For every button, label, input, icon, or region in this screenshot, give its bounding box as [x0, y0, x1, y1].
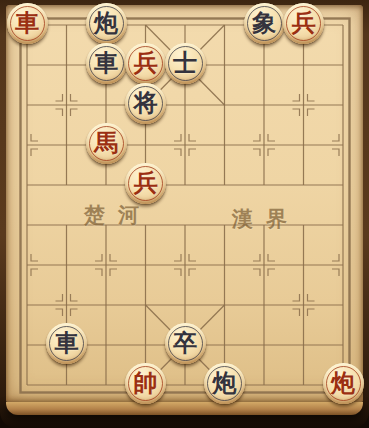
piece-red-soldier[interactable]: 兵 — [283, 3, 324, 44]
piece-character: 馬 — [86, 123, 127, 164]
piece-character: 車 — [46, 323, 87, 364]
piece-black-general[interactable]: 将 — [125, 83, 166, 124]
piece-black-soldier[interactable]: 卒 — [165, 323, 206, 364]
piece-character: 炮 — [323, 363, 364, 404]
piece-character: 車 — [7, 3, 48, 44]
piece-character: 兵 — [125, 43, 166, 84]
piece-character: 車 — [86, 43, 127, 84]
river-label-right: 漢界 — [232, 205, 300, 233]
piece-character: 炮 — [86, 3, 127, 44]
piece-character: 兵 — [125, 163, 166, 204]
piece-red-cannon[interactable]: 炮 — [323, 363, 364, 404]
piece-red-chariot[interactable]: 車 — [7, 3, 48, 44]
piece-character: 帥 — [125, 363, 166, 404]
piece-character: 象 — [244, 3, 285, 44]
piece-character: 将 — [125, 83, 166, 124]
piece-black-chariot[interactable]: 車 — [86, 43, 127, 84]
xiangqi-app-window: 楚河 漢界 車炮象兵車兵士将馬兵車卒帥炮炮 — [0, 0, 369, 428]
board-front-edge — [6, 402, 363, 415]
piece-red-soldier[interactable]: 兵 — [125, 43, 166, 84]
piece-black-chariot[interactable]: 車 — [46, 323, 87, 364]
piece-black-advisor[interactable]: 士 — [165, 43, 206, 84]
piece-red-horse[interactable]: 馬 — [86, 123, 127, 164]
piece-red-general[interactable]: 帥 — [125, 363, 166, 404]
piece-character: 炮 — [204, 363, 245, 404]
piece-red-soldier[interactable]: 兵 — [125, 163, 166, 204]
piece-character: 兵 — [283, 3, 324, 44]
piece-character: 士 — [165, 43, 206, 84]
river-label-left: 楚河 — [84, 201, 152, 229]
piece-black-elephant[interactable]: 象 — [244, 3, 285, 44]
piece-character: 卒 — [165, 323, 206, 364]
piece-black-cannon[interactable]: 炮 — [204, 363, 245, 404]
piece-black-cannon[interactable]: 炮 — [86, 3, 127, 44]
